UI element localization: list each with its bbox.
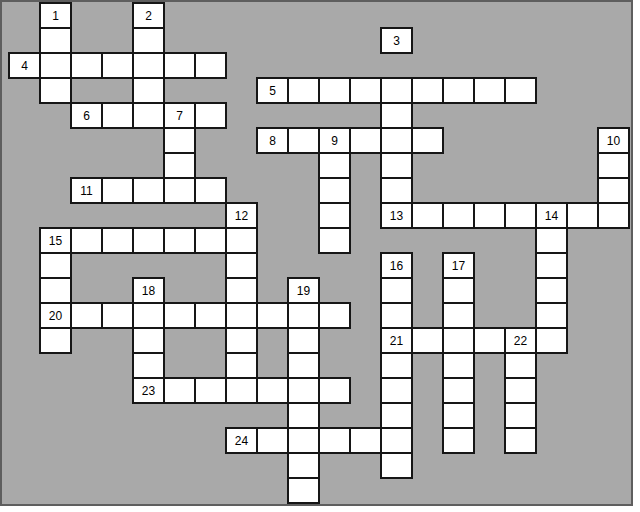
cell-r4c5[interactable]: 7 xyxy=(163,102,196,129)
cell-r9c10[interactable] xyxy=(318,227,351,254)
cell-r17c8[interactable] xyxy=(256,427,289,454)
cell-r2c1[interactable] xyxy=(39,52,72,79)
page: { "game": "crossword", "board": { "rows"… xyxy=(0,0,640,512)
cell-r8c14[interactable] xyxy=(442,202,475,229)
cell-r0c1[interactable]: 1 xyxy=(39,2,72,29)
cell-r7c3[interactable] xyxy=(101,177,134,204)
cell-r12c2[interactable] xyxy=(70,302,103,329)
cell-r13c17[interactable] xyxy=(535,327,568,354)
cell-r9c6[interactable] xyxy=(194,227,227,254)
cell-r12c7[interactable] xyxy=(225,302,258,329)
clue-number-9: 9 xyxy=(331,135,338,147)
clue-number-16: 16 xyxy=(390,260,403,272)
cell-r2c3[interactable] xyxy=(101,52,134,79)
cell-r14c12[interactable] xyxy=(380,352,413,379)
cell-r13c15[interactable] xyxy=(473,327,506,354)
cell-r13c14[interactable] xyxy=(442,327,475,354)
cell-r10c17[interactable] xyxy=(535,252,568,279)
cell-r19c9[interactable] xyxy=(287,477,320,504)
cell-r17c9[interactable] xyxy=(287,427,320,454)
cell-r4c6[interactable] xyxy=(194,102,227,129)
cell-r15c5[interactable] xyxy=(163,377,196,404)
cell-r16c14[interactable] xyxy=(442,402,475,429)
cell-r17c12[interactable] xyxy=(380,427,413,454)
cell-r6c10[interactable] xyxy=(318,152,351,179)
cell-r9c5[interactable] xyxy=(163,227,196,254)
cell-r12c4[interactable] xyxy=(132,302,165,329)
cell-r10c1[interactable] xyxy=(39,252,72,279)
cell-r18c9[interactable] xyxy=(287,452,320,479)
clue-number-21: 21 xyxy=(390,335,403,347)
cell-r7c6[interactable] xyxy=(194,177,227,204)
cell-r13c1[interactable] xyxy=(39,327,72,354)
cell-r6c19[interactable] xyxy=(597,152,630,179)
cell-r14c9[interactable] xyxy=(287,352,320,379)
cell-r4c12[interactable] xyxy=(380,102,413,129)
cell-r12c12[interactable] xyxy=(380,302,413,329)
cell-r3c11[interactable] xyxy=(349,77,382,104)
cell-r13c9[interactable] xyxy=(287,327,320,354)
cell-r15c4[interactable]: 23 xyxy=(132,377,165,404)
clue-number-15: 15 xyxy=(49,235,62,247)
cell-r8c18[interactable] xyxy=(566,202,599,229)
cell-r15c7[interactable] xyxy=(225,377,258,404)
cell-r3c1[interactable] xyxy=(39,77,72,104)
cell-r6c12[interactable] xyxy=(380,152,413,179)
cell-r15c8[interactable] xyxy=(256,377,289,404)
cell-r14c16[interactable] xyxy=(504,352,537,379)
cell-r9c7[interactable] xyxy=(225,227,258,254)
cell-r13c13[interactable] xyxy=(411,327,444,354)
cell-r13c12[interactable]: 21 xyxy=(380,327,413,354)
cell-r16c9[interactable] xyxy=(287,402,320,429)
cell-r13c16[interactable]: 22 xyxy=(504,327,537,354)
cell-r14c14[interactable] xyxy=(442,352,475,379)
cell-r11c4[interactable]: 18 xyxy=(132,277,165,304)
cell-r3c10[interactable] xyxy=(318,77,351,104)
cell-r12c5[interactable] xyxy=(163,302,196,329)
cell-r15c14[interactable] xyxy=(442,377,475,404)
cell-r8c12[interactable]: 13 xyxy=(380,202,413,229)
cell-r8c15[interactable] xyxy=(473,202,506,229)
cell-r17c16[interactable] xyxy=(504,427,537,454)
cell-r10c14[interactable]: 17 xyxy=(442,252,475,279)
cell-r8c16[interactable] xyxy=(504,202,537,229)
clue-number-2: 2 xyxy=(145,10,152,22)
cell-r4c2[interactable]: 6 xyxy=(70,102,103,129)
clue-number-4: 4 xyxy=(21,60,28,72)
clue-number-3: 3 xyxy=(393,35,400,47)
cell-r11c7[interactable] xyxy=(225,277,258,304)
cell-r12c14[interactable] xyxy=(442,302,475,329)
cell-r1c12[interactable]: 3 xyxy=(380,27,413,54)
cell-r2c0[interactable]: 4 xyxy=(8,52,41,79)
cell-r3c8[interactable]: 5 xyxy=(256,77,289,104)
cell-r4c4[interactable] xyxy=(132,102,165,129)
cell-r12c3[interactable] xyxy=(101,302,134,329)
clue-number-22: 22 xyxy=(514,335,527,347)
cell-r7c12[interactable] xyxy=(380,177,413,204)
cell-r3c15[interactable] xyxy=(473,77,506,104)
cell-r12c9[interactable] xyxy=(287,302,320,329)
cell-r1c4[interactable] xyxy=(132,27,165,54)
cell-r8c17[interactable]: 14 xyxy=(535,202,568,229)
cell-r5c9[interactable] xyxy=(287,127,320,154)
cell-r9c17[interactable] xyxy=(535,227,568,254)
cell-r6c5[interactable] xyxy=(163,152,196,179)
clue-number-5: 5 xyxy=(269,85,276,97)
clue-number-7: 7 xyxy=(176,110,183,122)
cell-r9c1[interactable]: 15 xyxy=(39,227,72,254)
crossword-board: 123456789101112131415161718192021222324 xyxy=(0,0,633,506)
cell-r10c12[interactable]: 16 xyxy=(380,252,413,279)
cell-r9c4[interactable] xyxy=(132,227,165,254)
cell-r2c6[interactable] xyxy=(194,52,227,79)
cell-r14c7[interactable] xyxy=(225,352,258,379)
cell-r15c9[interactable] xyxy=(287,377,320,404)
cell-r5c8[interactable]: 8 xyxy=(256,127,289,154)
clue-number-20: 20 xyxy=(49,310,62,322)
cell-r15c10[interactable] xyxy=(318,377,351,404)
cell-r5c13[interactable] xyxy=(411,127,444,154)
cell-r18c12[interactable] xyxy=(380,452,413,479)
clue-number-24: 24 xyxy=(235,435,248,447)
cell-r8c10[interactable] xyxy=(318,202,351,229)
cell-r16c12[interactable] xyxy=(380,402,413,429)
cell-r12c1[interactable]: 20 xyxy=(39,302,72,329)
cell-r11c14[interactable] xyxy=(442,277,475,304)
clue-number-14: 14 xyxy=(545,210,558,222)
clue-number-11: 11 xyxy=(80,185,92,197)
cell-r5c19[interactable]: 10 xyxy=(597,127,630,154)
cell-r14c4[interactable] xyxy=(132,352,165,379)
cell-r3c4[interactable] xyxy=(132,77,165,104)
clue-number-12: 12 xyxy=(235,210,248,222)
clue-number-13: 13 xyxy=(390,210,403,222)
cell-r4c3[interactable] xyxy=(101,102,134,129)
cell-r12c6[interactable] xyxy=(194,302,227,329)
cell-r10c7[interactable] xyxy=(225,252,258,279)
cell-r5c12[interactable] xyxy=(380,127,413,154)
clue-number-17: 17 xyxy=(452,260,465,272)
cell-r7c5[interactable] xyxy=(163,177,196,204)
cell-r13c4[interactable] xyxy=(132,327,165,354)
cell-r3c16[interactable] xyxy=(504,77,537,104)
cell-r8c13[interactable] xyxy=(411,202,444,229)
cell-r11c12[interactable] xyxy=(380,277,413,304)
cell-r11c17[interactable] xyxy=(535,277,568,304)
cell-r17c14[interactable] xyxy=(442,427,475,454)
cell-r5c5[interactable] xyxy=(163,127,196,154)
clue-number-1: 1 xyxy=(52,10,59,22)
cell-r17c11[interactable] xyxy=(349,427,382,454)
cell-r11c9[interactable]: 19 xyxy=(287,277,320,304)
cell-r3c12[interactable] xyxy=(380,77,413,104)
cell-r3c9[interactable] xyxy=(287,77,320,104)
clue-number-6: 6 xyxy=(83,110,90,122)
cell-r2c2[interactable] xyxy=(70,52,103,79)
clue-number-10: 10 xyxy=(607,135,620,147)
cell-r12c10[interactable] xyxy=(318,302,351,329)
cell-r8c7[interactable]: 12 xyxy=(225,202,258,229)
cell-r12c17[interactable] xyxy=(535,302,568,329)
cell-r2c4[interactable] xyxy=(132,52,165,79)
cell-r2c5[interactable] xyxy=(163,52,196,79)
cell-r5c11[interactable] xyxy=(349,127,382,154)
cell-r0c4[interactable]: 2 xyxy=(132,2,165,29)
clue-number-18: 18 xyxy=(142,285,155,297)
clue-number-23: 23 xyxy=(142,385,155,397)
cell-r15c12[interactable] xyxy=(380,377,413,404)
cell-r12c8[interactable] xyxy=(256,302,289,329)
cell-r3c14[interactable] xyxy=(442,77,475,104)
clue-number-19: 19 xyxy=(297,285,310,297)
cell-r17c7[interactable]: 24 xyxy=(225,427,258,454)
cell-r15c6[interactable] xyxy=(194,377,227,404)
cell-r7c10[interactable] xyxy=(318,177,351,204)
cell-r7c2[interactable]: 11 xyxy=(70,177,103,204)
cell-r9c2[interactable] xyxy=(70,227,103,254)
cell-r3c13[interactable] xyxy=(411,77,444,104)
cell-r13c7[interactable] xyxy=(225,327,258,354)
cell-r1c1[interactable] xyxy=(39,27,72,54)
cell-r7c4[interactable] xyxy=(132,177,165,204)
cell-r7c19[interactable] xyxy=(597,177,630,204)
cell-r11c1[interactable] xyxy=(39,277,72,304)
cell-r8c19[interactable] xyxy=(597,202,630,229)
cell-r17c10[interactable] xyxy=(318,427,351,454)
cell-r5c10[interactable]: 9 xyxy=(318,127,351,154)
clue-number-8: 8 xyxy=(269,135,276,147)
cell-r15c16[interactable] xyxy=(504,377,537,404)
cell-r9c3[interactable] xyxy=(101,227,134,254)
cell-r16c16[interactable] xyxy=(504,402,537,429)
